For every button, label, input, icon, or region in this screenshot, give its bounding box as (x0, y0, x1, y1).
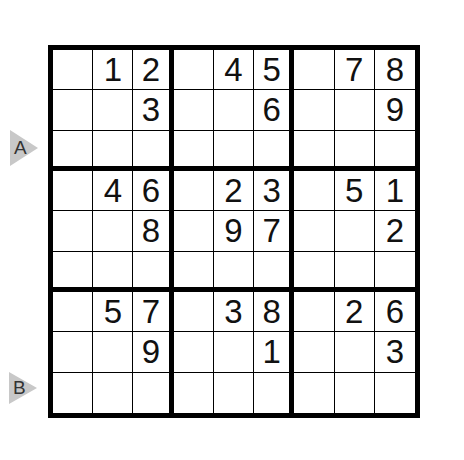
cell-r2c6[interactable]: 6 (254, 90, 294, 130)
cell-r3c1[interactable] (53, 131, 93, 171)
cell-r4c9[interactable]: 1 (375, 171, 415, 211)
cell-r1c7[interactable] (294, 50, 334, 90)
cell-r3c5[interactable] (214, 131, 254, 171)
cell-r8c3[interactable]: 9 (133, 332, 173, 372)
cell-r6c8[interactable] (335, 252, 375, 292)
cell-r9c8[interactable] (335, 373, 375, 413)
cell-r1c5[interactable]: 4 (214, 50, 254, 90)
cell-r5c4[interactable] (174, 211, 214, 251)
cell-r6c4[interactable] (174, 252, 214, 292)
cell-r8c9[interactable]: 3 (375, 332, 415, 372)
cell-r8c4[interactable] (174, 332, 214, 372)
marker-b-label: B (13, 377, 26, 399)
cell-r7c5[interactable]: 3 (214, 292, 254, 332)
cell-r4c8[interactable]: 5 (335, 171, 375, 211)
cell-r2c4[interactable] (174, 90, 214, 130)
cell-r9c3[interactable] (133, 373, 173, 413)
cell-r9c2[interactable] (93, 373, 133, 413)
cell-r8c6[interactable]: 1 (254, 332, 294, 372)
cell-r5c6[interactable]: 7 (254, 211, 294, 251)
cell-r7c9[interactable]: 6 (375, 292, 415, 332)
cell-r1c8[interactable]: 7 (335, 50, 375, 90)
cell-r9c5[interactable] (214, 373, 254, 413)
cell-r5c5[interactable]: 9 (214, 211, 254, 251)
cell-r4c1[interactable] (53, 171, 93, 211)
cell-r2c1[interactable] (53, 90, 93, 130)
cell-r4c2[interactable]: 4 (93, 171, 133, 211)
cell-r9c4[interactable] (174, 373, 214, 413)
cell-r1c2[interactable]: 1 (93, 50, 133, 90)
cell-r2c5[interactable] (214, 90, 254, 130)
cell-r1c4[interactable] (174, 50, 214, 90)
cell-r5c1[interactable] (53, 211, 93, 251)
cell-r9c1[interactable] (53, 373, 93, 413)
cell-r3c2[interactable] (93, 131, 133, 171)
cell-r8c8[interactable] (335, 332, 375, 372)
cell-r6c2[interactable] (93, 252, 133, 292)
cell-r7c2[interactable]: 5 (93, 292, 133, 332)
cell-r7c3[interactable]: 7 (133, 292, 173, 332)
cell-r2c9[interactable]: 9 (375, 90, 415, 130)
cell-r3c6[interactable] (254, 131, 294, 171)
cell-r5c9[interactable]: 2 (375, 211, 415, 251)
cell-r6c3[interactable] (133, 252, 173, 292)
cell-r9c6[interactable] (254, 373, 294, 413)
cell-r5c7[interactable] (294, 211, 334, 251)
cell-r1c6[interactable]: 5 (254, 50, 294, 90)
cell-r6c9[interactable] (375, 252, 415, 292)
cell-r2c3[interactable]: 3 (133, 90, 173, 130)
row-marker-b: B (9, 372, 37, 404)
cell-r4c3[interactable]: 6 (133, 171, 173, 211)
cell-r9c7[interactable] (294, 373, 334, 413)
cell-r6c5[interactable] (214, 252, 254, 292)
cell-r7c8[interactable]: 2 (335, 292, 375, 332)
cell-r3c4[interactable] (174, 131, 214, 171)
cell-r4c5[interactable]: 2 (214, 171, 254, 211)
cell-r4c7[interactable] (294, 171, 334, 211)
cell-r3c7[interactable] (294, 131, 334, 171)
sudoku-board: 1245783694623518972573826913 (48, 45, 420, 418)
marker-a-label: A (14, 137, 27, 159)
cell-r1c3[interactable]: 2 (133, 50, 173, 90)
cell-r7c7[interactable] (294, 292, 334, 332)
cell-r3c9[interactable] (375, 131, 415, 171)
cell-r6c7[interactable] (294, 252, 334, 292)
cell-r5c3[interactable]: 8 (133, 211, 173, 251)
cell-r9c9[interactable] (375, 373, 415, 413)
cell-r6c1[interactable] (53, 252, 93, 292)
cell-r5c2[interactable] (93, 211, 133, 251)
row-marker-a: A (10, 130, 38, 166)
cell-r8c1[interactable] (53, 332, 93, 372)
cell-r2c8[interactable] (335, 90, 375, 130)
cell-r7c1[interactable] (53, 292, 93, 332)
cell-r3c8[interactable] (335, 131, 375, 171)
cell-r7c4[interactable] (174, 292, 214, 332)
cell-r1c9[interactable]: 8 (375, 50, 415, 90)
cell-r4c4[interactable] (174, 171, 214, 211)
cell-r2c2[interactable] (93, 90, 133, 130)
cell-r7c6[interactable]: 8 (254, 292, 294, 332)
cell-r6c6[interactable] (254, 252, 294, 292)
sudoku-page: A B 1245783694623518972573826913 (0, 0, 464, 460)
cell-r3c3[interactable] (133, 131, 173, 171)
cell-r8c7[interactable] (294, 332, 334, 372)
cell-r1c1[interactable] (53, 50, 93, 90)
cell-r5c8[interactable] (335, 211, 375, 251)
cell-r4c6[interactable]: 3 (254, 171, 294, 211)
cell-r2c7[interactable] (294, 90, 334, 130)
cell-r8c5[interactable] (214, 332, 254, 372)
cell-r8c2[interactable] (93, 332, 133, 372)
